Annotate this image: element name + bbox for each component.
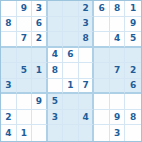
cell-r1c1[interactable] bbox=[1, 1, 17, 17]
cell-r7c6[interactable] bbox=[79, 94, 95, 110]
cell-r6c4[interactable] bbox=[48, 79, 64, 95]
given-digit: 9 bbox=[114, 113, 120, 122]
cell-r5c9[interactable]: 2 bbox=[125, 63, 141, 79]
cell-r3c3[interactable]: 2 bbox=[32, 32, 48, 48]
cell-r8c8[interactable]: 9 bbox=[110, 110, 126, 126]
cell-r6c8[interactable] bbox=[110, 79, 126, 95]
cell-r9c3[interactable] bbox=[32, 125, 48, 141]
cell-r9c9[interactable] bbox=[125, 125, 141, 141]
cell-r5c6[interactable] bbox=[79, 63, 95, 79]
cell-r9c2[interactable]: 1 bbox=[17, 125, 33, 141]
cell-r6c9[interactable]: 6 bbox=[125, 79, 141, 95]
cell-r8c6[interactable]: 4 bbox=[79, 110, 95, 126]
cell-r1c6[interactable]: 2 bbox=[79, 1, 95, 17]
given-digit: 4 bbox=[114, 34, 120, 43]
cell-r1c2[interactable]: 9 bbox=[17, 1, 33, 17]
given-digit: 5 bbox=[52, 97, 58, 106]
given-digit: 8 bbox=[52, 66, 58, 75]
given-digit: 9 bbox=[36, 97, 42, 106]
cell-r2c7[interactable] bbox=[94, 17, 110, 33]
cell-r7c1[interactable] bbox=[1, 94, 17, 110]
cell-r7c4[interactable]: 5 bbox=[48, 94, 64, 110]
cell-r1c4[interactable] bbox=[48, 1, 64, 17]
cell-r7c3[interactable]: 9 bbox=[32, 94, 48, 110]
cell-r4c8[interactable] bbox=[110, 48, 126, 64]
given-digit: 8 bbox=[82, 34, 88, 43]
cell-r4c2[interactable] bbox=[17, 48, 33, 64]
given-digit: 4 bbox=[82, 113, 88, 122]
cell-r5c4[interactable]: 8 bbox=[48, 63, 64, 79]
cell-r6c5[interactable]: 1 bbox=[63, 79, 79, 95]
cell-r6c1[interactable]: 3 bbox=[1, 79, 17, 95]
given-digit: 3 bbox=[5, 81, 11, 90]
cell-r9c8[interactable]: 3 bbox=[110, 125, 126, 141]
cell-r7c5[interactable] bbox=[63, 94, 79, 110]
cell-r9c7[interactable] bbox=[94, 125, 110, 141]
cell-r7c9[interactable] bbox=[125, 94, 141, 110]
sudoku-board: 932681863972845465187231769523498413 bbox=[0, 0, 142, 142]
cell-r8c9[interactable]: 8 bbox=[125, 110, 141, 126]
given-digit: 9 bbox=[21, 4, 27, 13]
given-digit: 8 bbox=[5, 19, 11, 28]
cell-r3c2[interactable]: 7 bbox=[17, 32, 33, 48]
cell-r6c6[interactable]: 7 bbox=[79, 79, 95, 95]
given-digit: 7 bbox=[114, 66, 120, 75]
given-digit: 2 bbox=[82, 4, 88, 13]
given-digit: 1 bbox=[21, 129, 27, 138]
cell-r7c2[interactable] bbox=[17, 94, 33, 110]
cell-r3c6[interactable]: 8 bbox=[79, 32, 95, 48]
given-digit: 6 bbox=[67, 50, 73, 59]
cell-r2c1[interactable]: 8 bbox=[1, 17, 17, 33]
given-digit: 8 bbox=[130, 113, 136, 122]
cell-r2c6[interactable]: 3 bbox=[79, 17, 95, 33]
cell-r5c2[interactable]: 5 bbox=[17, 63, 33, 79]
cell-r5c5[interactable] bbox=[63, 63, 79, 79]
cell-r8c2[interactable] bbox=[17, 110, 33, 126]
cell-r2c9[interactable]: 9 bbox=[125, 17, 141, 33]
given-digit: 1 bbox=[67, 81, 73, 90]
cell-r7c8[interactable] bbox=[110, 94, 126, 110]
cell-r8c4[interactable]: 3 bbox=[48, 110, 64, 126]
given-digit: 6 bbox=[98, 4, 104, 13]
given-digit: 5 bbox=[21, 66, 27, 75]
cell-r2c5[interactable] bbox=[63, 17, 79, 33]
given-digit: 6 bbox=[36, 19, 42, 28]
given-digit: 2 bbox=[130, 66, 136, 75]
given-digit: 8 bbox=[114, 4, 120, 13]
given-digit: 1 bbox=[130, 4, 136, 13]
cell-r1c7[interactable]: 6 bbox=[94, 1, 110, 17]
cell-r3c5[interactable] bbox=[63, 32, 79, 48]
cell-r4c4[interactable]: 4 bbox=[48, 48, 64, 64]
cell-r8c7[interactable] bbox=[94, 110, 110, 126]
cell-r1c5[interactable] bbox=[63, 1, 79, 17]
cell-r4c7[interactable] bbox=[94, 48, 110, 64]
cell-r1c3[interactable]: 3 bbox=[32, 1, 48, 17]
cell-r1c9[interactable]: 1 bbox=[125, 1, 141, 17]
given-digit: 3 bbox=[114, 129, 120, 138]
given-digit: 2 bbox=[36, 34, 42, 43]
cell-r6c3[interactable] bbox=[32, 79, 48, 95]
cell-r6c2[interactable] bbox=[17, 79, 33, 95]
given-digit: 3 bbox=[82, 19, 88, 28]
cell-r4c1[interactable] bbox=[1, 48, 17, 64]
cell-r3c9[interactable]: 5 bbox=[125, 32, 141, 48]
cell-r5c8[interactable]: 7 bbox=[110, 63, 126, 79]
cell-r8c3[interactable] bbox=[32, 110, 48, 126]
cell-r1c8[interactable]: 8 bbox=[110, 1, 126, 17]
cell-r2c2[interactable] bbox=[17, 17, 33, 33]
cell-r5c3[interactable]: 1 bbox=[32, 63, 48, 79]
cell-r2c4[interactable] bbox=[48, 17, 64, 33]
given-digit: 6 bbox=[130, 81, 136, 90]
cell-r4c9[interactable] bbox=[125, 48, 141, 64]
cell-r2c3[interactable]: 6 bbox=[32, 17, 48, 33]
cell-r3c8[interactable]: 4 bbox=[110, 32, 126, 48]
given-digit: 2 bbox=[5, 113, 11, 122]
given-digit: 4 bbox=[52, 50, 58, 59]
cell-r9c5[interactable] bbox=[63, 125, 79, 141]
cell-r9c6[interactable] bbox=[79, 125, 95, 141]
given-digit: 1 bbox=[36, 66, 42, 75]
given-digit: 4 bbox=[5, 129, 11, 138]
cell-r5c1[interactable] bbox=[1, 63, 17, 79]
cell-r9c4[interactable] bbox=[48, 125, 64, 141]
cell-r3c1[interactable] bbox=[1, 32, 17, 48]
cell-r9c1[interactable]: 4 bbox=[1, 125, 17, 141]
given-digit: 7 bbox=[21, 34, 27, 43]
cell-r4c5[interactable]: 6 bbox=[63, 48, 79, 64]
cell-r2c8[interactable] bbox=[110, 17, 126, 33]
cell-r5c7[interactable] bbox=[94, 63, 110, 79]
given-digit: 3 bbox=[52, 113, 58, 122]
cell-r3c4[interactable] bbox=[48, 32, 64, 48]
cell-r8c5[interactable] bbox=[63, 110, 79, 126]
cell-r8c1[interactable]: 2 bbox=[1, 110, 17, 126]
given-digit: 3 bbox=[36, 4, 42, 13]
given-digit: 9 bbox=[130, 19, 136, 28]
given-digit: 7 bbox=[82, 81, 88, 90]
cell-r3c7[interactable] bbox=[94, 32, 110, 48]
cell-r4c6[interactable] bbox=[79, 48, 95, 64]
cell-r6c7[interactable] bbox=[94, 79, 110, 95]
given-digit: 5 bbox=[130, 34, 136, 43]
cell-r7c7[interactable] bbox=[94, 94, 110, 110]
cell-r4c3[interactable] bbox=[32, 48, 48, 64]
